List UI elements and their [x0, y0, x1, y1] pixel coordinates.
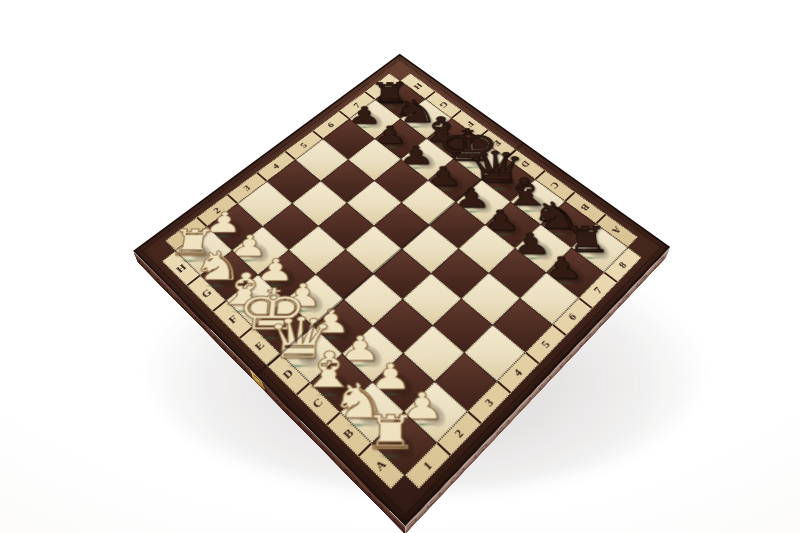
rank-label: 3: [242, 183, 253, 192]
square-d4[interactable]: [373, 249, 431, 299]
rank-label: 4: [271, 162, 282, 171]
piece-contact-shadow: [290, 340, 326, 374]
file-label: A: [373, 458, 389, 473]
photo-background: HGFEDCBA HGFEDCBA 87654321 87654321 ♜♞♝♚…: [0, 0, 800, 533]
file-label: D: [281, 368, 296, 382]
rank-label: 1: [421, 459, 435, 472]
square-b2[interactable]: ♟: [372, 353, 434, 411]
scene: HGFEDCBA HGFEDCBA 87654321 87654321 ♜♞♝♚…: [0, 0, 800, 533]
piece-contact-shadow: [322, 313, 358, 346]
rank-label: 5: [299, 141, 310, 149]
piece-contact-shadow: [350, 397, 388, 434]
